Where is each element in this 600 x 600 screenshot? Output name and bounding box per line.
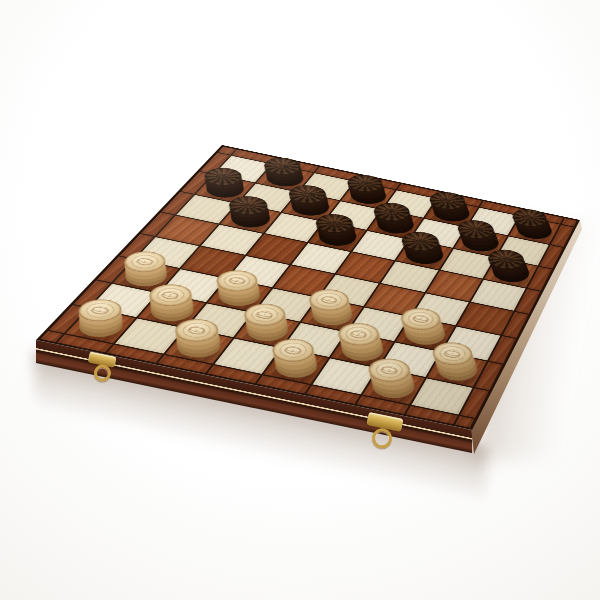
light-piece[interactable]: ⛀ <box>432 355 482 384</box>
clasp-loop <box>370 426 394 450</box>
product-photo: ⛂⛂⛂⛂⛂⛂⛂⛂⛂⛂⛂⛂⛀⛀⛀⛀⛀⛀⛀⛀⛀⛀⛀⛀ <box>0 0 600 600</box>
frame-cell <box>455 416 474 428</box>
light-piece[interactable]: ⛀ <box>269 351 324 381</box>
light-piece[interactable]: ⛀ <box>367 371 420 401</box>
light-piece[interactable]: ⛀ <box>170 331 227 361</box>
